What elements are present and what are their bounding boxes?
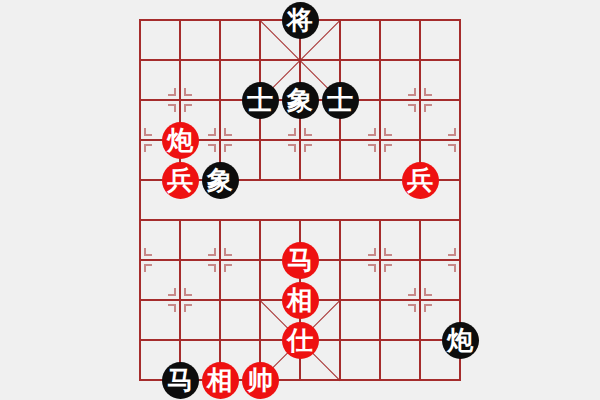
point-marker [144, 264, 152, 272]
point-marker [448, 144, 456, 152]
grid-line-vertical [179, 219, 181, 381]
point-marker [184, 304, 192, 312]
point-marker [424, 88, 432, 96]
piece-red-advisor[interactable]: 仕 [282, 322, 319, 359]
point-marker [208, 144, 216, 152]
point-marker [424, 304, 432, 312]
grid-line-vertical [219, 19, 221, 181]
piece-red-cannon[interactable]: 炮 [162, 122, 199, 159]
grid-line-vertical [419, 219, 421, 381]
point-marker [168, 88, 176, 96]
grid-line-vertical [219, 219, 221, 381]
page: 将士象士炮兵象兵马相仕炮马相帅 [0, 0, 600, 400]
point-marker [424, 104, 432, 112]
piece-black-horse[interactable]: 马 [162, 362, 199, 399]
point-marker [144, 248, 152, 256]
point-marker [424, 288, 432, 296]
piece-black-general[interactable]: 将 [282, 2, 319, 39]
point-marker [144, 128, 152, 136]
piece-black-elephant[interactable]: 象 [282, 82, 319, 119]
point-marker [408, 288, 416, 296]
point-marker [384, 248, 392, 256]
point-marker [184, 104, 192, 112]
grid-line-vertical [379, 219, 381, 381]
piece-black-cannon[interactable]: 炮 [442, 322, 479, 359]
point-marker [408, 104, 416, 112]
piece-red-elephant[interactable]: 相 [282, 282, 319, 319]
point-marker [408, 304, 416, 312]
piece-red-pawn[interactable]: 兵 [402, 162, 439, 199]
piece-black-advisor[interactable]: 士 [242, 82, 279, 119]
piece-black-advisor[interactable]: 士 [322, 82, 359, 119]
point-marker [408, 88, 416, 96]
point-marker [288, 144, 296, 152]
point-marker [224, 144, 232, 152]
point-marker [168, 288, 176, 296]
piece-red-horse[interactable]: 马 [282, 242, 319, 279]
point-marker [384, 144, 392, 152]
point-marker [368, 128, 376, 136]
point-marker [368, 144, 376, 152]
grid-line-vertical [419, 19, 421, 181]
grid-line-vertical [139, 19, 141, 381]
point-marker [368, 248, 376, 256]
point-marker [224, 248, 232, 256]
point-marker [224, 264, 232, 272]
point-marker [384, 128, 392, 136]
point-marker [208, 248, 216, 256]
point-marker [304, 128, 312, 136]
piece-black-elephant[interactable]: 象 [202, 162, 239, 199]
point-marker [448, 128, 456, 136]
point-marker [184, 88, 192, 96]
grid-line-vertical [379, 19, 381, 181]
point-marker [224, 128, 232, 136]
point-marker [288, 128, 296, 136]
point-marker [448, 248, 456, 256]
point-marker [168, 304, 176, 312]
point-marker [208, 264, 216, 272]
point-marker [184, 288, 192, 296]
point-marker [368, 264, 376, 272]
point-marker [144, 144, 152, 152]
piece-red-elephant[interactable]: 相 [202, 362, 239, 399]
piece-red-pawn[interactable]: 兵 [162, 162, 199, 199]
point-marker [384, 264, 392, 272]
xiangqi-board[interactable]: 将士象士炮兵象兵马相仕炮马相帅 [140, 20, 460, 380]
point-marker [208, 128, 216, 136]
point-marker [168, 104, 176, 112]
piece-red-general[interactable]: 帅 [242, 362, 279, 399]
point-marker [304, 144, 312, 152]
point-marker [448, 264, 456, 272]
